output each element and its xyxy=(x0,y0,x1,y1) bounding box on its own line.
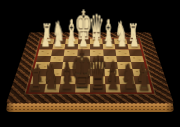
black-knight[interactable]: ♞ xyxy=(43,60,59,95)
chess-board: ♜♞♝♚♛♝♞♜♟♟♟♟♟♟♟♟♟♟♟♟♟♟♟♟♜♞♝♚♛♝♞♜ xyxy=(6,32,173,103)
scene-3d: ♜♞♝♚♛♝♞♜♟♟♟♟♟♟♟♟♟♟♟♟♟♟♟♟♜♞♝♚♛♝♞♜ xyxy=(0,0,180,127)
black-rook[interactable]: ♜ xyxy=(29,64,42,94)
square[interactable]: ♟ xyxy=(127,44,141,50)
black-rook[interactable]: ♜ xyxy=(138,64,151,94)
white-pawn[interactable]: ♟ xyxy=(54,31,63,51)
black-knight[interactable]: ♞ xyxy=(121,60,137,95)
black-queen[interactable]: ♛ xyxy=(88,51,108,95)
chess-scene: ♜♞♝♚♛♝♞♜♟♟♟♟♟♟♟♟♟♟♟♟♟♟♟♟♜♞♝♚♛♝♞♜ xyxy=(0,0,180,127)
square[interactable] xyxy=(128,49,142,55)
white-pawn[interactable]: ♟ xyxy=(117,31,126,51)
square[interactable] xyxy=(38,49,52,55)
square[interactable]: ♜ xyxy=(135,84,152,92)
white-pawn[interactable]: ♟ xyxy=(41,31,50,51)
square[interactable]: ♞ xyxy=(120,84,137,92)
board-grid: ♜♞♝♚♛♝♞♜♟♟♟♟♟♟♟♟♟♟♟♟♟♟♟♟♜♞♝♚♛♝♞♜ xyxy=(28,38,152,92)
white-pawn[interactable]: ♟ xyxy=(130,31,139,51)
square[interactable]: ♛ xyxy=(90,84,105,92)
board-border: ♜♞♝♚♛♝♞♜♟♟♟♟♟♟♟♟♟♟♟♟♟♟♟♟♜♞♝♚♛♝♞♜ xyxy=(26,38,155,94)
